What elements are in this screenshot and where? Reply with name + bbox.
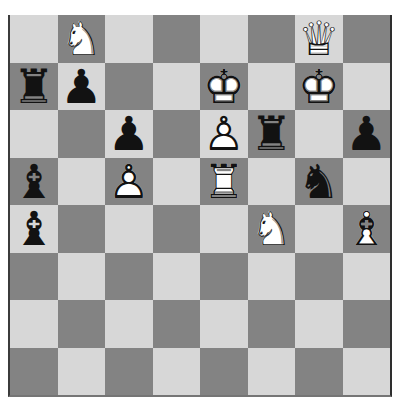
square-g6[interactable] [295,110,343,158]
white-knight-piece: ♞♘ [58,15,106,63]
white-knight-piece-outline: ♘ [58,15,106,63]
chess-board: ♞♘♛♕♜♟♚♔♚♔♟♟♙♜♟♝♟♙♜♖♞♝♞♘♝♗ [8,15,392,397]
square-b1[interactable] [58,348,106,396]
square-g1[interactable] [295,348,343,396]
square-b5[interactable] [58,158,106,206]
white-king-piece: ♚♔ [295,63,343,111]
white-king-piece-fill: ♚ [295,63,343,111]
square-h5[interactable] [343,158,391,206]
square-e5[interactable]: ♜♖ [200,158,248,206]
square-c5[interactable]: ♟♙ [105,158,153,206]
square-b7[interactable]: ♟ [58,63,106,111]
square-f6[interactable]: ♜ [248,110,296,158]
square-e3[interactable] [200,253,248,301]
white-rook-piece-outline: ♖ [200,158,248,206]
black-rook-piece-fill: ♜ [248,110,296,158]
square-g2[interactable] [295,300,343,348]
square-f2[interactable] [248,300,296,348]
black-bishop-piece-fill: ♝ [10,158,58,206]
square-e7[interactable]: ♚♔ [200,63,248,111]
square-d7[interactable] [153,63,201,111]
square-h1[interactable] [343,348,391,396]
white-bishop-piece: ♝♗ [343,205,391,253]
square-g7[interactable]: ♚♔ [295,63,343,111]
square-g8[interactable]: ♛♕ [295,15,343,63]
black-pawn-piece: ♟ [343,110,391,158]
square-h6[interactable]: ♟ [343,110,391,158]
square-a2[interactable] [10,300,58,348]
white-king-piece-outline: ♔ [200,63,248,111]
square-f3[interactable] [248,253,296,301]
square-a1[interactable] [10,348,58,396]
square-h8[interactable] [343,15,391,63]
white-knight-piece-outline: ♘ [248,205,296,253]
square-c7[interactable] [105,63,153,111]
square-a4[interactable]: ♝ [10,205,58,253]
black-knight-piece: ♞ [295,158,343,206]
square-a5[interactable]: ♝ [10,158,58,206]
square-d4[interactable] [153,205,201,253]
square-b8[interactable]: ♞♘ [58,15,106,63]
black-knight-piece-fill: ♞ [295,158,343,206]
square-h2[interactable] [343,300,391,348]
black-pawn-piece: ♟ [105,110,153,158]
square-a8[interactable] [10,15,58,63]
black-bishop-piece: ♝ [10,158,58,206]
square-b2[interactable] [58,300,106,348]
square-e4[interactable] [200,205,248,253]
white-queen-piece: ♛♕ [295,15,343,63]
square-c6[interactable]: ♟ [105,110,153,158]
white-knight-piece: ♞♘ [248,205,296,253]
black-pawn-piece-fill: ♟ [105,110,153,158]
white-king-piece-fill: ♚ [200,63,248,111]
square-a6[interactable] [10,110,58,158]
white-pawn-piece-outline: ♙ [200,110,248,158]
square-c1[interactable] [105,348,153,396]
white-pawn-piece: ♟♙ [105,158,153,206]
square-c2[interactable] [105,300,153,348]
black-bishop-piece-fill: ♝ [10,205,58,253]
square-c8[interactable] [105,15,153,63]
square-f4[interactable]: ♞♘ [248,205,296,253]
square-g5[interactable]: ♞ [295,158,343,206]
square-d1[interactable] [153,348,201,396]
white-king-piece: ♚♔ [200,63,248,111]
white-pawn-piece-fill: ♟ [200,110,248,158]
square-b3[interactable] [58,253,106,301]
white-king-piece-outline: ♔ [295,63,343,111]
black-rook-piece-fill: ♜ [10,63,58,111]
white-rook-piece-fill: ♜ [200,158,248,206]
square-f5[interactable] [248,158,296,206]
black-pawn-piece-fill: ♟ [58,63,106,111]
square-f8[interactable] [248,15,296,63]
square-f1[interactable] [248,348,296,396]
white-bishop-piece-fill: ♝ [343,205,391,253]
white-bishop-piece-outline: ♗ [343,205,391,253]
square-h7[interactable] [343,63,391,111]
square-d8[interactable] [153,15,201,63]
square-e6[interactable]: ♟♙ [200,110,248,158]
white-pawn-piece: ♟♙ [200,110,248,158]
square-h3[interactable] [343,253,391,301]
chess-diagram: ♞♘♛♕♜♟♚♔♚♔♟♟♙♜♟♝♟♙♜♖♞♝♞♘♝♗ [8,15,392,397]
square-a3[interactable] [10,253,58,301]
square-e8[interactable] [200,15,248,63]
black-pawn-piece-fill: ♟ [343,110,391,158]
square-e2[interactable] [200,300,248,348]
square-f7[interactable] [248,63,296,111]
square-a7[interactable]: ♜ [10,63,58,111]
square-h4[interactable]: ♝♗ [343,205,391,253]
square-e1[interactable] [200,348,248,396]
square-b4[interactable] [58,205,106,253]
square-b6[interactable] [58,110,106,158]
square-d6[interactable] [153,110,201,158]
white-queen-piece-outline: ♕ [295,15,343,63]
black-bishop-piece: ♝ [10,205,58,253]
square-g3[interactable] [295,253,343,301]
square-c4[interactable] [105,205,153,253]
white-pawn-piece-outline: ♙ [105,158,153,206]
black-rook-piece: ♜ [10,63,58,111]
white-knight-piece-fill: ♞ [58,15,106,63]
square-c3[interactable] [105,253,153,301]
white-rook-piece: ♜♖ [200,158,248,206]
white-knight-piece-fill: ♞ [248,205,296,253]
white-queen-piece-fill: ♛ [295,15,343,63]
square-d2[interactable] [153,300,201,348]
square-g4[interactable] [295,205,343,253]
black-pawn-piece: ♟ [58,63,106,111]
square-d5[interactable] [153,158,201,206]
black-rook-piece: ♜ [248,110,296,158]
square-d3[interactable] [153,253,201,301]
white-pawn-piece-fill: ♟ [105,158,153,206]
